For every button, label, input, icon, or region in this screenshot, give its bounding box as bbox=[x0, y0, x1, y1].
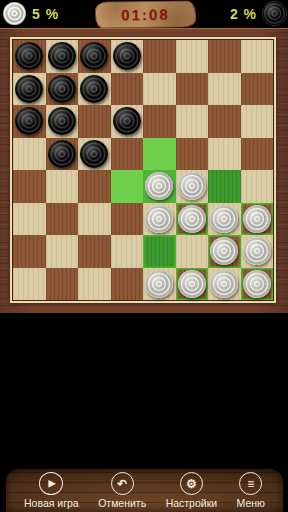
menu-list-icon: ≡ bbox=[239, 472, 262, 495]
black-piece[interactable] bbox=[80, 140, 108, 168]
square-r2c2[interactable] bbox=[78, 105, 111, 138]
square-r3c7[interactable] bbox=[241, 138, 274, 171]
black-piece[interactable] bbox=[80, 75, 108, 103]
white-piece[interactable] bbox=[210, 205, 238, 233]
square-r3c3[interactable] bbox=[111, 138, 144, 171]
square-r7c7[interactable] bbox=[241, 268, 274, 301]
square-r3c4[interactable] bbox=[143, 138, 176, 171]
undo-button[interactable]: ↶ Отменить bbox=[98, 472, 146, 509]
square-r4c2[interactable] bbox=[78, 170, 111, 203]
square-r5c2[interactable] bbox=[78, 203, 111, 236]
square-r0c4[interactable] bbox=[143, 40, 176, 73]
black-piece[interactable] bbox=[113, 42, 141, 70]
square-r7c2[interactable] bbox=[78, 268, 111, 301]
square-r4c3[interactable] bbox=[111, 170, 144, 203]
square-r2c7[interactable] bbox=[241, 105, 274, 138]
play-icon: ▶ bbox=[39, 472, 63, 495]
square-r3c0[interactable] bbox=[13, 138, 46, 171]
square-r0c3[interactable] bbox=[111, 40, 144, 73]
menu-label: Меню bbox=[237, 497, 265, 509]
white-piece[interactable] bbox=[243, 205, 271, 233]
square-r7c4[interactable] bbox=[143, 268, 176, 301]
square-r1c5[interactable] bbox=[176, 73, 209, 106]
square-r1c1[interactable] bbox=[46, 73, 79, 106]
square-r2c1[interactable] bbox=[46, 105, 79, 138]
square-r5c7[interactable] bbox=[241, 203, 274, 236]
timer-plank: 01:08 bbox=[95, 0, 196, 28]
square-r5c5[interactable] bbox=[176, 203, 209, 236]
square-r2c4[interactable] bbox=[143, 105, 176, 138]
square-r4c1[interactable] bbox=[46, 170, 79, 203]
square-r7c1[interactable] bbox=[46, 268, 79, 301]
black-checker-piece-icon bbox=[263, 2, 286, 25]
undo-arrow-icon: ↶ bbox=[111, 472, 134, 495]
square-r5c3[interactable] bbox=[111, 203, 144, 236]
black-piece[interactable] bbox=[48, 42, 76, 70]
right-player-score: 2 % bbox=[230, 6, 257, 22]
square-r6c2[interactable] bbox=[78, 235, 111, 268]
square-r4c5[interactable] bbox=[176, 170, 209, 203]
black-piece[interactable] bbox=[48, 107, 76, 135]
square-r5c0[interactable] bbox=[13, 203, 46, 236]
settings-button[interactable]: ⚙ Настройки bbox=[166, 472, 218, 509]
square-r2c5[interactable] bbox=[176, 105, 209, 138]
square-r5c4[interactable] bbox=[143, 203, 176, 236]
square-r1c7[interactable] bbox=[241, 73, 274, 106]
black-piece[interactable] bbox=[48, 140, 76, 168]
square-r0c0[interactable] bbox=[13, 40, 46, 73]
square-r2c6[interactable] bbox=[208, 105, 241, 138]
status-bar: 5 % 01:08 2 % bbox=[0, 0, 288, 28]
square-r5c1[interactable] bbox=[46, 203, 79, 236]
new-game-label: Новая игра bbox=[24, 497, 79, 509]
timer-text: 01:08 bbox=[121, 6, 170, 24]
square-r3c5[interactable] bbox=[176, 138, 209, 171]
square-r0c7[interactable] bbox=[241, 40, 274, 73]
square-r1c0[interactable] bbox=[13, 73, 46, 106]
black-piece[interactable] bbox=[80, 42, 108, 70]
white-piece[interactable] bbox=[145, 172, 173, 200]
square-r0c6[interactable] bbox=[208, 40, 241, 73]
new-game-button[interactable]: ▶ Новая игра bbox=[24, 472, 79, 509]
white-piece[interactable] bbox=[210, 237, 238, 265]
right-player-status: 2 % bbox=[230, 2, 286, 25]
square-r6c6[interactable] bbox=[208, 235, 241, 268]
square-r1c3[interactable] bbox=[111, 73, 144, 106]
square-r6c4[interactable] bbox=[143, 235, 176, 268]
square-r6c0[interactable] bbox=[13, 235, 46, 268]
white-piece[interactable] bbox=[178, 205, 206, 233]
white-piece[interactable] bbox=[145, 205, 173, 233]
square-r7c0[interactable] bbox=[13, 268, 46, 301]
square-r7c3[interactable] bbox=[111, 268, 144, 301]
white-piece[interactable] bbox=[145, 270, 173, 298]
bottom-navigation-bar: ▶ Новая игра ↶ Отменить ⚙ Настройки ≡ Ме… bbox=[6, 469, 283, 512]
square-r1c4[interactable] bbox=[143, 73, 176, 106]
black-piece[interactable] bbox=[15, 42, 43, 70]
square-r0c5[interactable] bbox=[176, 40, 209, 73]
square-r7c6[interactable] bbox=[208, 268, 241, 301]
black-piece[interactable] bbox=[15, 75, 43, 103]
square-r3c1[interactable] bbox=[46, 138, 79, 171]
square-r7c5[interactable] bbox=[176, 268, 209, 301]
square-r6c3[interactable] bbox=[111, 235, 144, 268]
settings-label: Настройки bbox=[166, 497, 218, 509]
square-r1c2[interactable] bbox=[78, 73, 111, 106]
square-r6c7[interactable] bbox=[241, 235, 274, 268]
white-checker-piece-icon bbox=[3, 2, 26, 25]
square-r6c5[interactable] bbox=[176, 235, 209, 268]
undo-label: Отменить bbox=[98, 497, 146, 509]
board-frame bbox=[10, 37, 276, 303]
square-r0c1[interactable] bbox=[46, 40, 79, 73]
white-piece[interactable] bbox=[243, 270, 271, 298]
left-player-status: 5 % bbox=[3, 2, 59, 25]
square-r2c0[interactable] bbox=[13, 105, 46, 138]
gear-icon: ⚙ bbox=[180, 472, 203, 495]
white-piece[interactable] bbox=[210, 270, 238, 298]
black-piece[interactable] bbox=[113, 107, 141, 135]
wood-background bbox=[0, 28, 288, 313]
square-r4c7[interactable] bbox=[241, 170, 274, 203]
black-piece[interactable] bbox=[15, 107, 43, 135]
white-piece[interactable] bbox=[178, 270, 206, 298]
square-r4c0[interactable] bbox=[13, 170, 46, 203]
square-r4c4[interactable] bbox=[143, 170, 176, 203]
square-r3c6[interactable] bbox=[208, 138, 241, 171]
white-piece[interactable] bbox=[243, 237, 271, 265]
left-player-score: 5 % bbox=[32, 6, 59, 22]
square-r4c6[interactable] bbox=[208, 170, 241, 203]
square-r3c2[interactable] bbox=[78, 138, 111, 171]
white-piece[interactable] bbox=[178, 172, 206, 200]
menu-button[interactable]: ≡ Меню bbox=[237, 472, 265, 509]
square-r5c6[interactable] bbox=[208, 203, 241, 236]
square-r0c2[interactable] bbox=[78, 40, 111, 73]
checkers-board[interactable] bbox=[12, 39, 274, 301]
black-piece[interactable] bbox=[48, 75, 76, 103]
square-r6c1[interactable] bbox=[46, 235, 79, 268]
square-r1c6[interactable] bbox=[208, 73, 241, 106]
square-r2c3[interactable] bbox=[111, 105, 144, 138]
